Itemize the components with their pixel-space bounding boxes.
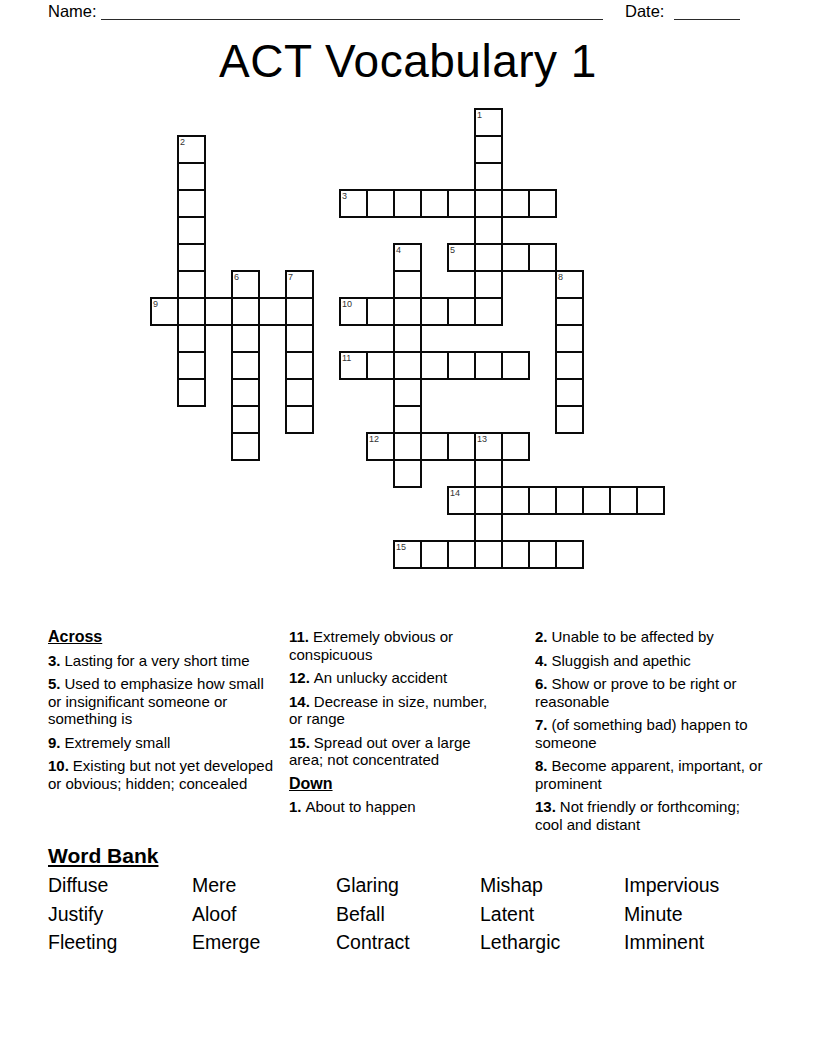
cell-r15-c12[interactable] <box>475 514 502 541</box>
clue-across-9: 9.Extremely small <box>48 734 281 752</box>
clue-number: 12 <box>369 434 379 444</box>
cell-r5-c12[interactable] <box>475 244 502 271</box>
worksheet-page: Name: Date: ACT Vocabulary 1 12345678910… <box>0 0 816 1056</box>
cell-r13-c12[interactable] <box>475 460 502 487</box>
cell-r12-c10[interactable] <box>421 433 448 460</box>
cell-r6-c3[interactable]: 6 <box>232 271 259 298</box>
cell-r9-c12[interactable] <box>475 352 502 379</box>
cell-r1-c1[interactable]: 2 <box>178 136 205 163</box>
cell-r3-c10[interactable] <box>421 190 448 217</box>
clue-number: 9 <box>153 299 158 309</box>
clue-number: 10 <box>342 299 352 309</box>
word-bank-word: Justify <box>48 903 192 932</box>
cell-r16-c14[interactable] <box>529 541 556 568</box>
clue-across-3: 3.Lasting for a very short time <box>48 652 281 670</box>
cell-r8-c9[interactable] <box>394 325 421 352</box>
cell-r9-c5[interactable] <box>286 352 313 379</box>
cell-r3-c8[interactable] <box>367 190 394 217</box>
cell-r2-c1[interactable] <box>178 163 205 190</box>
cell-r7-c10[interactable] <box>421 298 448 325</box>
word-bank-word: Mere <box>192 874 336 903</box>
cell-r6-c1[interactable] <box>178 271 205 298</box>
cell-r8-c5[interactable] <box>286 325 313 352</box>
clues-column-3: 2.Unable to be affected by 4.Sluggish an… <box>535 628 765 839</box>
clue-number: 6 <box>234 272 239 282</box>
cell-r14-c18[interactable] <box>637 487 664 514</box>
cell-r16-c10[interactable] <box>421 541 448 568</box>
cell-r5-c9[interactable]: 4 <box>394 244 421 271</box>
cell-r4-c12[interactable] <box>475 217 502 244</box>
word-bank-header: Word Bank <box>48 844 158 868</box>
clues-column-2: 11.Extremely obvious or conspicuous 12.A… <box>289 628 504 822</box>
clue-across-14: 14.Decrease in size, number, or range <box>289 693 504 728</box>
date-label: Date: <box>625 2 664 21</box>
clue-down-6: 6.Show or prove to be right or reasonabl… <box>535 675 765 710</box>
word-bank-word: Diffuse <box>48 874 192 903</box>
clue-across-10: 10.Existing but not yet developed or obv… <box>48 757 281 792</box>
clue-number: 15 <box>396 542 406 552</box>
cell-r12-c11[interactable] <box>448 433 475 460</box>
cell-r3-c9[interactable] <box>394 190 421 217</box>
cell-r10-c1[interactable] <box>178 379 205 406</box>
cell-r8-c3[interactable] <box>232 325 259 352</box>
cell-r6-c15[interactable]: 8 <box>556 271 583 298</box>
name-blank-line <box>101 19 603 20</box>
clue-down-1: 1.About to happen <box>289 798 504 816</box>
cell-r6-c12[interactable] <box>475 271 502 298</box>
clue-number: 13 <box>477 434 487 444</box>
cell-r10-c3[interactable] <box>232 379 259 406</box>
cell-r5-c1[interactable] <box>178 244 205 271</box>
down-header: Down <box>289 775 504 793</box>
cell-r7-c11[interactable] <box>448 298 475 325</box>
cell-r8-c15[interactable] <box>556 325 583 352</box>
clue-number: 3 <box>342 191 347 201</box>
cell-r3-c14[interactable] <box>529 190 556 217</box>
cell-r7-c8[interactable] <box>367 298 394 325</box>
clue-down-7: 7.(of something bad) happen to someone <box>535 716 765 751</box>
date-blank-line <box>674 19 740 20</box>
cell-r5-c13[interactable] <box>502 244 529 271</box>
clue-number: 5 <box>450 245 455 255</box>
clue-down-8: 8.Become apparent, important, or promine… <box>535 757 765 792</box>
cell-r3-c7[interactable]: 3 <box>340 190 367 217</box>
word-bank: Diffuse Mere Glaring Mishap Impervious J… <box>48 874 788 960</box>
cell-r14-c15[interactable] <box>556 487 583 514</box>
word-bank-word: Mishap <box>480 874 624 903</box>
clue-number: 2 <box>180 137 185 147</box>
clues-column-1: Across 3.Lasting for a very short time 5… <box>48 628 281 798</box>
clue-number: 1 <box>477 110 482 120</box>
cell-r7-c0[interactable]: 9 <box>151 298 178 325</box>
clue-across-15: 15.Spread out over a large area; not con… <box>289 734 504 769</box>
cell-r12-c8[interactable]: 12 <box>367 433 394 460</box>
cell-r9-c9[interactable] <box>394 352 421 379</box>
cell-r16-c13[interactable] <box>502 541 529 568</box>
cell-r6-c9[interactable] <box>394 271 421 298</box>
cell-r14-c11[interactable]: 14 <box>448 487 475 514</box>
word-bank-word: Lethargic <box>480 931 624 960</box>
clue-number: 7 <box>288 272 293 282</box>
cell-r9-c7[interactable]: 11 <box>340 352 367 379</box>
clue-across-11: 11.Extremely obvious or conspicuous <box>289 628 504 663</box>
cell-r11-c5[interactable] <box>286 406 313 433</box>
clue-across-12: 12.An unlucky accident <box>289 669 504 687</box>
word-bank-word: Impervious <box>624 874 768 903</box>
cell-r11-c15[interactable] <box>556 406 583 433</box>
cell-r13-c9[interactable] <box>394 460 421 487</box>
cell-r3-c12[interactable] <box>475 190 502 217</box>
cell-r7-c15[interactable] <box>556 298 583 325</box>
crossword-grid: 123456789101112131415 <box>151 109 664 568</box>
cell-r7-c1[interactable] <box>178 298 205 325</box>
cell-r9-c15[interactable] <box>556 352 583 379</box>
cell-r9-c8[interactable] <box>367 352 394 379</box>
cell-r10-c15[interactable] <box>556 379 583 406</box>
cell-r0-c12[interactable]: 1 <box>475 109 502 136</box>
cell-r9-c11[interactable] <box>448 352 475 379</box>
cell-r9-c13[interactable] <box>502 352 529 379</box>
cell-r7-c12[interactable] <box>475 298 502 325</box>
clue-number: 14 <box>450 488 460 498</box>
cell-r7-c3[interactable] <box>232 298 259 325</box>
page-title: ACT Vocabulary 1 <box>0 34 816 88</box>
clue-number: 8 <box>558 272 563 282</box>
word-bank-word: Glaring <box>336 874 480 903</box>
cell-r16-c9[interactable]: 15 <box>394 541 421 568</box>
word-bank-word: Contract <box>336 931 480 960</box>
cell-r5-c11[interactable]: 5 <box>448 244 475 271</box>
cell-r5-c14[interactable] <box>529 244 556 271</box>
cell-r7-c2[interactable] <box>205 298 232 325</box>
cell-r3-c1[interactable] <box>178 190 205 217</box>
cell-r12-c12[interactable]: 13 <box>475 433 502 460</box>
cell-r10-c9[interactable] <box>394 379 421 406</box>
cell-r11-c3[interactable] <box>232 406 259 433</box>
cell-r7-c5[interactable] <box>286 298 313 325</box>
cell-r8-c1[interactable] <box>178 325 205 352</box>
cell-r12-c9[interactable] <box>394 433 421 460</box>
cell-r6-c5[interactable]: 7 <box>286 271 313 298</box>
cell-r14-c16[interactable] <box>583 487 610 514</box>
cell-r7-c4[interactable] <box>259 298 286 325</box>
cell-r14-c17[interactable] <box>610 487 637 514</box>
cell-r9-c1[interactable] <box>178 352 205 379</box>
cell-r7-c9[interactable] <box>394 298 421 325</box>
clue-number: 4 <box>396 245 401 255</box>
cell-r7-c7[interactable]: 10 <box>340 298 367 325</box>
across-header: Across <box>48 628 281 646</box>
word-bank-word: Latent <box>480 903 624 932</box>
cell-r9-c3[interactable] <box>232 352 259 379</box>
word-bank-word: Aloof <box>192 903 336 932</box>
clue-down-4: 4.Sluggish and apethic <box>535 652 765 670</box>
cell-r1-c12[interactable] <box>475 136 502 163</box>
cell-r12-c3[interactable] <box>232 433 259 460</box>
cell-r9-c10[interactable] <box>421 352 448 379</box>
cell-r16-c12[interactable] <box>475 541 502 568</box>
cell-r12-c13[interactable] <box>502 433 529 460</box>
clue-down-2: 2.Unable to be affected by <box>535 628 765 646</box>
cell-r14-c14[interactable] <box>529 487 556 514</box>
cell-r2-c12[interactable] <box>475 163 502 190</box>
cell-r11-c9[interactable] <box>394 406 421 433</box>
clue-down-13: 13.Not friendly or forthcoming; cool and… <box>535 798 765 833</box>
name-label: Name: <box>48 2 97 21</box>
cell-r14-c12[interactable] <box>475 487 502 514</box>
word-bank-word: Imminent <box>624 931 768 960</box>
cell-r16-c15[interactable] <box>556 541 583 568</box>
word-bank-word: Fleeting <box>48 931 192 960</box>
cell-r14-c13[interactable] <box>502 487 529 514</box>
cell-r16-c11[interactable] <box>448 541 475 568</box>
clue-number: 11 <box>342 353 351 363</box>
cell-r3-c11[interactable] <box>448 190 475 217</box>
word-bank-word: Befall <box>336 903 480 932</box>
clue-across-5: 5.Used to emphasize how small or insigni… <box>48 675 281 728</box>
cell-r3-c13[interactable] <box>502 190 529 217</box>
cell-r10-c5[interactable] <box>286 379 313 406</box>
word-bank-word: Emerge <box>192 931 336 960</box>
cell-r4-c1[interactable] <box>178 217 205 244</box>
word-bank-word: Minute <box>624 903 768 932</box>
